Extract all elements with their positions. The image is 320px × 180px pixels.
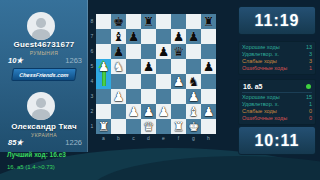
- stat-value: 1: [309, 101, 312, 108]
- square-c1[interactable]: [126, 119, 141, 134]
- square-c5[interactable]: [126, 59, 141, 74]
- white-king-g1: ♚: [186, 119, 201, 134]
- file-label-d: d: [141, 134, 156, 142]
- stat-row: Ошибочные ходы1: [242, 65, 312, 72]
- bottom-player-move-stats: Хорошие ходы15Удовлетвор. х.1Слабые ходы…: [242, 94, 312, 122]
- square-c2[interactable]: ♟: [126, 104, 141, 119]
- bottom-player-clock: 10:11: [238, 126, 316, 155]
- square-f6[interactable]: ♛: [171, 44, 186, 59]
- black-king-b8: ♚: [111, 14, 126, 29]
- square-a3[interactable]: [96, 89, 111, 104]
- file-label-e: e: [156, 134, 171, 142]
- square-f1[interactable]: ♜: [171, 119, 186, 134]
- current-move-panel: 16. a5 Хорошие ходы15Удовлетвор. х.1Слаб…: [238, 79, 316, 125]
- top-player-name: Guest46731677: [0, 40, 88, 49]
- square-e6[interactable]: ♟: [156, 44, 171, 59]
- white-bishop-g2: ♝: [186, 104, 201, 119]
- square-e2[interactable]: ♟: [156, 104, 171, 119]
- square-h5[interactable]: ♟: [201, 59, 216, 74]
- black-queen-f6: ♛: [171, 44, 186, 59]
- square-h6[interactable]: [201, 44, 216, 59]
- rank-label-5: 5: [88, 59, 96, 74]
- top-player-stars: 10★: [8, 56, 23, 65]
- square-a6[interactable]: [96, 44, 111, 59]
- square-d1[interactable]: ♛: [141, 119, 156, 134]
- square-d2[interactable]: ♟: [141, 104, 156, 119]
- square-h2[interactable]: ♟: [201, 104, 216, 119]
- stat-row: Слабые ходы0: [242, 108, 312, 115]
- black-pawn-e6: ♟: [156, 44, 171, 59]
- square-g3[interactable]: ♟: [186, 89, 201, 104]
- square-c7[interactable]: ♟: [126, 29, 141, 44]
- square-b5[interactable]: ♞: [111, 59, 126, 74]
- square-f8[interactable]: [171, 14, 186, 29]
- white-pawn-f4: ♟: [171, 74, 186, 89]
- bottom-player-name: Олександр Ткач: [0, 122, 88, 131]
- square-a8[interactable]: [96, 14, 111, 29]
- rank-label-8: 8: [88, 14, 96, 29]
- white-pawn-a5: ♟: [96, 59, 111, 74]
- stat-row: Хорошие ходы15: [242, 94, 312, 101]
- square-d7[interactable]: [141, 29, 156, 44]
- square-h4[interactable]: [201, 74, 216, 89]
- stat-row: Удовлетвор. х.1: [242, 101, 312, 108]
- avatar-bottom-player: [27, 92, 55, 120]
- engine-analysis: Лучший ход: 16.e3 16. a5 (1.4->0.73): [7, 151, 157, 170]
- stat-row: Удовлетвор. х.3: [242, 51, 312, 58]
- black-pawn-d5: ♟: [141, 59, 156, 74]
- square-b4[interactable]: [111, 74, 126, 89]
- square-c6[interactable]: [126, 44, 141, 59]
- rank-label-2: 2: [88, 104, 96, 119]
- square-g7[interactable]: ♟: [186, 29, 201, 44]
- stat-label: Слабые ходы: [242, 108, 277, 115]
- current-move-label: 16. a5: [243, 83, 262, 90]
- stat-row: Ошибочные ходы0: [242, 115, 312, 122]
- square-f5[interactable]: [171, 59, 186, 74]
- square-f7[interactable]: ♟: [171, 29, 186, 44]
- square-b8[interactable]: ♚: [111, 14, 126, 29]
- square-c4[interactable]: [126, 74, 141, 89]
- square-g2[interactable]: ♝: [186, 104, 201, 119]
- stat-value: 13: [306, 44, 312, 51]
- current-move-header: 16. a5: [242, 82, 312, 93]
- square-a7[interactable]: [96, 29, 111, 44]
- file-label-a: a: [96, 134, 111, 142]
- square-f4[interactable]: ♟: [171, 74, 186, 89]
- square-b2[interactable]: [111, 104, 126, 119]
- white-knight-b5: ♞: [111, 59, 126, 74]
- white-rook-f1: ♜: [171, 119, 186, 134]
- stat-value: 15: [306, 94, 312, 101]
- square-e7[interactable]: [156, 29, 171, 44]
- square-f3[interactable]: [171, 89, 186, 104]
- white-pawn-c2: ♟: [126, 104, 141, 119]
- stat-label: Хорошие ходы: [242, 44, 280, 51]
- stat-row: Хорошие ходы13: [242, 44, 312, 51]
- stat-value: 1: [309, 65, 312, 72]
- played-move-eval-line: 16. a5 (1.4->0.73): [7, 164, 157, 170]
- best-move-line: Лучший ход: 16.e3: [7, 151, 157, 158]
- black-pawn-f7: ♟: [171, 29, 186, 44]
- square-c8[interactable]: [126, 14, 141, 29]
- rank-label-1: 1: [88, 119, 96, 134]
- stat-label: Слабые ходы: [242, 58, 277, 65]
- top-player-rating: 1263: [65, 56, 82, 65]
- square-g5[interactable]: [186, 59, 201, 74]
- square-e4[interactable]: [156, 74, 171, 89]
- file-label-h: h: [201, 134, 216, 142]
- black-knight-g4: ♞: [186, 74, 201, 89]
- stat-row: Слабые ходы3: [242, 58, 312, 65]
- square-b3[interactable]: ♟: [111, 89, 126, 104]
- square-h3[interactable]: [201, 89, 216, 104]
- stat-value: 0: [309, 108, 312, 115]
- square-c3[interactable]: [126, 89, 141, 104]
- square-g1[interactable]: ♚: [186, 119, 201, 134]
- black-pawn-c7: ♟: [126, 29, 141, 44]
- square-g4[interactable]: ♞: [186, 74, 201, 89]
- black-rook-h8: ♜: [201, 14, 216, 29]
- square-h8[interactable]: ♜: [201, 14, 216, 29]
- white-queen-d1: ♛: [141, 119, 156, 134]
- white-pawn-e2: ♟: [156, 104, 171, 119]
- stat-label: Хорошие ходы: [242, 94, 280, 101]
- square-e1[interactable]: [156, 119, 171, 134]
- square-b7[interactable]: ♝: [111, 29, 126, 44]
- square-a1[interactable]: ♜: [96, 119, 111, 134]
- square-e8[interactable]: [156, 14, 171, 29]
- bottom-player-stars: 85★: [8, 138, 23, 147]
- square-d5[interactable]: ♟: [141, 59, 156, 74]
- stat-label: Ошибочные ходы: [242, 65, 287, 72]
- square-b1[interactable]: [111, 119, 126, 134]
- square-f2[interactable]: [171, 104, 186, 119]
- rank-label-6: 6: [88, 44, 96, 59]
- white-pawn-b3: ♟: [111, 89, 126, 104]
- black-pawn-b6: ♟: [111, 44, 126, 59]
- square-d8[interactable]: ♜: [141, 14, 156, 29]
- file-label-b: b: [111, 134, 126, 142]
- black-pawn-h5: ♟: [201, 59, 216, 74]
- move-quality-dot: [306, 84, 311, 89]
- file-label-g: g: [186, 134, 201, 142]
- person-icon: [36, 98, 46, 108]
- square-d3[interactable]: [141, 89, 156, 104]
- players-panel: Guest46731677 РУМЫНИЯ 10★ 1263 ChessFrie…: [0, 0, 88, 152]
- person-icon: [36, 18, 46, 28]
- square-b6[interactable]: ♟: [111, 44, 126, 59]
- stat-label: Удовлетвор. х.: [242, 101, 279, 108]
- square-e3[interactable]: [156, 89, 171, 104]
- white-pawn-d2: ♟: [141, 104, 156, 119]
- rank-label-4: 4: [88, 74, 96, 89]
- square-g6[interactable]: [186, 44, 201, 59]
- rank-labels: 87654321: [88, 14, 96, 134]
- white-rook-a1: ♜: [96, 119, 111, 134]
- white-pawn-h2: ♟: [201, 104, 216, 119]
- bottom-player-rating: 1226: [65, 138, 82, 147]
- stat-value: 3: [309, 58, 312, 65]
- square-a5[interactable]: ♟: [96, 59, 111, 74]
- avatar-top-player: [27, 12, 55, 40]
- stat-value: 3: [309, 51, 312, 58]
- square-a2[interactable]: [96, 104, 111, 119]
- chess-board[interactable]: ♚♜♜♝♟♟♟♟♟♛♟♞♟♟♟♞♟♟♟♟♟♝♟♜♛♜♚: [96, 14, 216, 134]
- stat-label: Ошибочные ходы: [242, 115, 287, 122]
- top-player-clock: 11:19: [238, 6, 316, 35]
- rank-label-7: 7: [88, 29, 96, 44]
- square-e5[interactable]: [156, 59, 171, 74]
- black-bishop-b7: ♝: [111, 29, 126, 44]
- square-d6[interactable]: [141, 44, 156, 59]
- stat-value: 0: [309, 115, 312, 122]
- square-d4[interactable]: [141, 74, 156, 89]
- black-rook-d8: ♜: [141, 14, 156, 29]
- square-h1[interactable]: [201, 119, 216, 134]
- chess-app-window: Guest46731677 РУМЫНИЯ 10★ 1263 ChessFrie…: [0, 0, 320, 180]
- white-pawn-g3: ♟: [186, 89, 201, 104]
- stat-label: Удовлетвор. х.: [242, 51, 279, 58]
- file-labels: abcdefgh: [96, 134, 216, 142]
- top-player-move-stats: Хорошие ходы13Удовлетвор. х.3Слабые ходы…: [238, 41, 316, 75]
- rank-label-3: 3: [88, 89, 96, 104]
- chessfriends-logo: ChessFriends.com: [11, 68, 77, 81]
- file-label-c: c: [126, 134, 141, 142]
- square-g8[interactable]: [186, 14, 201, 29]
- file-label-f: f: [171, 134, 186, 142]
- square-h7[interactable]: [201, 29, 216, 44]
- black-pawn-g7: ♟: [186, 29, 201, 44]
